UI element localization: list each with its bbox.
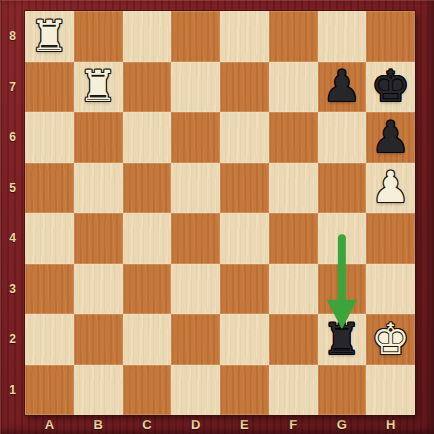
square-h8[interactable] xyxy=(366,11,415,62)
square-f8[interactable] xyxy=(269,11,318,62)
square-c5[interactable] xyxy=(123,163,172,214)
square-b3[interactable] xyxy=(74,264,123,315)
square-c3[interactable] xyxy=(123,264,172,315)
file-label-f: F xyxy=(269,415,318,434)
file-label-c: C xyxy=(123,415,172,434)
file-label-d: D xyxy=(171,415,220,434)
square-f3[interactable] xyxy=(269,264,318,315)
square-e1[interactable] xyxy=(220,365,269,416)
square-d3[interactable] xyxy=(171,264,220,315)
square-e7[interactable] xyxy=(220,62,269,113)
square-c1[interactable] xyxy=(123,365,172,416)
white-king[interactable]: ♚ xyxy=(371,318,410,361)
square-h6[interactable]: ♟ xyxy=(366,112,415,163)
file-label-h: H xyxy=(366,415,415,434)
square-a4[interactable] xyxy=(25,213,74,264)
square-a3[interactable] xyxy=(25,264,74,315)
square-g6[interactable] xyxy=(318,112,367,163)
white-rook[interactable]: ♜ xyxy=(30,15,69,58)
chess-board: ♜♜♟♚♟♟♜♚ xyxy=(25,11,415,415)
square-d8[interactable] xyxy=(171,11,220,62)
square-a1[interactable] xyxy=(25,365,74,416)
square-a8[interactable]: ♜ xyxy=(25,11,74,62)
square-c2[interactable] xyxy=(123,314,172,365)
square-e3[interactable] xyxy=(220,264,269,315)
square-h2[interactable]: ♚ xyxy=(366,314,415,365)
square-e8[interactable] xyxy=(220,11,269,62)
square-b6[interactable] xyxy=(74,112,123,163)
square-b4[interactable] xyxy=(74,213,123,264)
square-f6[interactable] xyxy=(269,112,318,163)
square-c7[interactable] xyxy=(123,62,172,113)
square-h7[interactable]: ♚ xyxy=(366,62,415,113)
black-pawn[interactable]: ♟ xyxy=(371,116,410,159)
square-c8[interactable] xyxy=(123,11,172,62)
square-b5[interactable] xyxy=(74,163,123,214)
file-label-a: A xyxy=(25,415,74,434)
square-b1[interactable] xyxy=(74,365,123,416)
square-g2[interactable]: ♜ xyxy=(318,314,367,365)
square-d4[interactable] xyxy=(171,213,220,264)
square-f5[interactable] xyxy=(269,163,318,214)
square-f4[interactable] xyxy=(269,213,318,264)
square-f1[interactable] xyxy=(269,365,318,416)
rank-label-5: 5 xyxy=(0,163,25,214)
rank-label-6: 6 xyxy=(0,112,25,163)
square-g5[interactable] xyxy=(318,163,367,214)
rank-label-1: 1 xyxy=(0,365,25,416)
square-d2[interactable] xyxy=(171,314,220,365)
black-pawn[interactable]: ♟ xyxy=(323,65,362,108)
file-labels: ABCDEFGH xyxy=(25,415,415,434)
square-g8[interactable] xyxy=(318,11,367,62)
rank-label-7: 7 xyxy=(0,62,25,113)
square-e6[interactable] xyxy=(220,112,269,163)
square-e5[interactable] xyxy=(220,163,269,214)
black-king[interactable]: ♚ xyxy=(371,65,410,108)
square-h3[interactable] xyxy=(366,264,415,315)
square-g3[interactable] xyxy=(318,264,367,315)
square-a6[interactable] xyxy=(25,112,74,163)
square-c4[interactable] xyxy=(123,213,172,264)
rank-label-3: 3 xyxy=(0,264,25,315)
square-d6[interactable] xyxy=(171,112,220,163)
board-frame: 87654321 ABCDEFGH ♜♜♟♚♟♟♜♚ xyxy=(0,0,434,434)
square-b2[interactable] xyxy=(74,314,123,365)
file-label-g: G xyxy=(318,415,367,434)
black-rook[interactable]: ♜ xyxy=(323,318,362,361)
square-b7[interactable]: ♜ xyxy=(74,62,123,113)
square-a7[interactable] xyxy=(25,62,74,113)
square-g4[interactable] xyxy=(318,213,367,264)
square-g1[interactable] xyxy=(318,365,367,416)
rank-labels: 87654321 xyxy=(0,11,25,415)
square-a2[interactable] xyxy=(25,314,74,365)
rank-label-4: 4 xyxy=(0,213,25,264)
square-d7[interactable] xyxy=(171,62,220,113)
rank-label-2: 2 xyxy=(0,314,25,365)
square-b8[interactable] xyxy=(74,11,123,62)
square-h1[interactable] xyxy=(366,365,415,416)
square-d5[interactable] xyxy=(171,163,220,214)
white-rook[interactable]: ♜ xyxy=(79,65,118,108)
square-f2[interactable] xyxy=(269,314,318,365)
file-label-e: E xyxy=(220,415,269,434)
square-d1[interactable] xyxy=(171,365,220,416)
square-c6[interactable] xyxy=(123,112,172,163)
square-a5[interactable] xyxy=(25,163,74,214)
square-e4[interactable] xyxy=(220,213,269,264)
square-f7[interactable] xyxy=(269,62,318,113)
square-e2[interactable] xyxy=(220,314,269,365)
square-g7[interactable]: ♟ xyxy=(318,62,367,113)
square-h5[interactable]: ♟ xyxy=(366,163,415,214)
rank-label-8: 8 xyxy=(0,11,25,62)
square-h4[interactable] xyxy=(366,213,415,264)
white-pawn[interactable]: ♟ xyxy=(371,166,410,209)
file-label-b: B xyxy=(74,415,123,434)
